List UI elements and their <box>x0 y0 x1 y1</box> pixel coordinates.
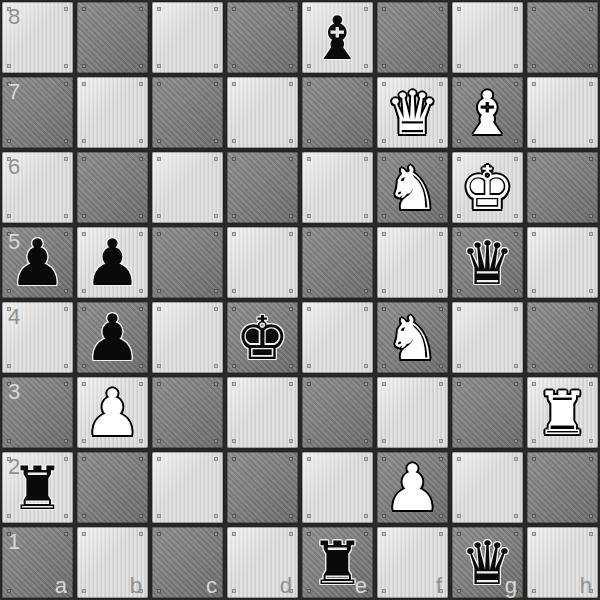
dark-square-plate <box>77 152 148 223</box>
square-c4[interactable] <box>150 300 225 375</box>
light-square-plate <box>77 527 148 598</box>
dark-square-plate <box>152 527 223 598</box>
square-h1[interactable]: h <box>525 525 600 600</box>
light-square-plate <box>452 2 523 73</box>
piece-black-queen[interactable]: ♛ <box>450 525 525 600</box>
piece-black-pawn[interactable]: ♟ <box>75 225 150 300</box>
square-e8[interactable]: ♝ <box>300 0 375 75</box>
light-square-plate <box>377 377 448 448</box>
light-square-plate <box>227 527 298 598</box>
dark-square-plate <box>152 377 223 448</box>
piece-black-bishop[interactable]: ♝ <box>300 0 375 75</box>
square-d3[interactable] <box>225 375 300 450</box>
square-g3[interactable] <box>450 375 525 450</box>
square-d7[interactable] <box>225 75 300 150</box>
square-e6[interactable] <box>300 150 375 225</box>
dark-square-plate <box>227 452 298 523</box>
dark-square-plate <box>227 152 298 223</box>
light-square-plate <box>377 527 448 598</box>
dark-square-plate <box>2 77 73 148</box>
light-square-plate <box>527 527 598 598</box>
piece-white-knight[interactable]: ♞ <box>375 150 450 225</box>
piece-white-pawn[interactable]: ♟ <box>375 450 450 525</box>
square-f3[interactable] <box>375 375 450 450</box>
square-d1[interactable]: d <box>225 525 300 600</box>
square-e2[interactable] <box>300 450 375 525</box>
square-a5[interactable]: 5♟ <box>0 225 75 300</box>
square-a8[interactable]: 8 <box>0 0 75 75</box>
square-d4[interactable]: ♚ <box>225 300 300 375</box>
light-square-plate <box>227 77 298 148</box>
square-c7[interactable] <box>150 75 225 150</box>
square-g8[interactable] <box>450 0 525 75</box>
dark-square-plate <box>152 227 223 298</box>
light-square-plate <box>2 302 73 373</box>
dark-square-plate <box>2 527 73 598</box>
dark-square-plate <box>2 377 73 448</box>
piece-white-bishop[interactable]: ♝ <box>450 75 525 150</box>
square-g7[interactable]: ♝ <box>450 75 525 150</box>
square-g6[interactable]: ♚ <box>450 150 525 225</box>
light-square-plate <box>152 2 223 73</box>
dark-square-plate <box>302 377 373 448</box>
piece-black-pawn[interactable]: ♟ <box>75 300 150 375</box>
light-square-plate <box>152 452 223 523</box>
square-b7[interactable] <box>75 75 150 150</box>
light-square-plate <box>452 452 523 523</box>
square-b6[interactable] <box>75 150 150 225</box>
light-square-plate <box>527 77 598 148</box>
square-h8[interactable] <box>525 0 600 75</box>
square-h2[interactable] <box>525 450 600 525</box>
light-square-plate <box>227 227 298 298</box>
piece-black-rook[interactable]: ♜ <box>300 525 375 600</box>
square-b4[interactable]: ♟ <box>75 300 150 375</box>
dark-square-plate <box>527 302 598 373</box>
square-g5[interactable]: ♛ <box>450 225 525 300</box>
piece-white-queen[interactable]: ♛ <box>375 75 450 150</box>
light-square-plate <box>152 302 223 373</box>
square-e4[interactable] <box>300 300 375 375</box>
square-b8[interactable] <box>75 0 150 75</box>
square-d5[interactable] <box>225 225 300 300</box>
piece-black-rook[interactable]: ♜ <box>0 450 75 525</box>
square-e5[interactable] <box>300 225 375 300</box>
square-a4[interactable]: 4 <box>0 300 75 375</box>
dark-square-plate <box>227 2 298 73</box>
square-b2[interactable] <box>75 450 150 525</box>
light-square-plate <box>302 152 373 223</box>
square-g4[interactable] <box>450 300 525 375</box>
square-b5[interactable]: ♟ <box>75 225 150 300</box>
square-f2[interactable]: ♟ <box>375 450 450 525</box>
square-a7[interactable]: 7 <box>0 75 75 150</box>
square-f6[interactable]: ♞ <box>375 150 450 225</box>
chess-board: 8♝7♛♝6♞♚5♟♟♛4♟♚♞3♟♜2♜♟1abcde♜fg♛h <box>0 0 600 600</box>
square-h5[interactable] <box>525 225 600 300</box>
piece-black-pawn[interactable]: ♟ <box>0 225 75 300</box>
square-f4[interactable]: ♞ <box>375 300 450 375</box>
dark-square-plate <box>452 377 523 448</box>
square-d2[interactable] <box>225 450 300 525</box>
light-square-plate <box>2 152 73 223</box>
square-b1[interactable]: b <box>75 525 150 600</box>
square-a1[interactable]: 1a <box>0 525 75 600</box>
square-f1[interactable]: f <box>375 525 450 600</box>
square-e7[interactable] <box>300 75 375 150</box>
dark-square-plate <box>377 2 448 73</box>
piece-white-king[interactable]: ♚ <box>450 150 525 225</box>
square-g1[interactable]: g♛ <box>450 525 525 600</box>
square-d6[interactable] <box>225 150 300 225</box>
square-c6[interactable] <box>150 150 225 225</box>
dark-square-plate <box>302 227 373 298</box>
square-e3[interactable] <box>300 375 375 450</box>
square-c5[interactable] <box>150 225 225 300</box>
piece-white-knight[interactable]: ♞ <box>375 300 450 375</box>
square-c1[interactable]: c <box>150 525 225 600</box>
square-a6[interactable]: 6 <box>0 150 75 225</box>
light-square-plate <box>77 77 148 148</box>
dark-square-plate <box>302 77 373 148</box>
light-square-plate <box>302 452 373 523</box>
square-a3[interactable]: 3 <box>0 375 75 450</box>
square-c3[interactable] <box>150 375 225 450</box>
square-f5[interactable] <box>375 225 450 300</box>
piece-white-pawn[interactable]: ♟ <box>75 375 150 450</box>
piece-white-rook[interactable]: ♜ <box>525 375 600 450</box>
light-square-plate <box>452 302 523 373</box>
light-square-plate <box>302 302 373 373</box>
square-f7[interactable]: ♛ <box>375 75 450 150</box>
square-h4[interactable] <box>525 300 600 375</box>
piece-black-king[interactable]: ♚ <box>225 300 300 375</box>
square-h7[interactable] <box>525 75 600 150</box>
square-h3[interactable]: ♜ <box>525 375 600 450</box>
dark-square-plate <box>152 77 223 148</box>
light-square-plate <box>152 152 223 223</box>
square-f8[interactable] <box>375 0 450 75</box>
square-b3[interactable]: ♟ <box>75 375 150 450</box>
light-square-plate <box>527 227 598 298</box>
square-h6[interactable] <box>525 150 600 225</box>
dark-square-plate <box>527 452 598 523</box>
square-g2[interactable] <box>450 450 525 525</box>
dark-square-plate <box>527 152 598 223</box>
light-square-plate <box>2 2 73 73</box>
piece-black-queen[interactable]: ♛ <box>450 225 525 300</box>
dark-square-plate <box>527 2 598 73</box>
dark-square-plate <box>77 2 148 73</box>
square-c8[interactable] <box>150 0 225 75</box>
square-c2[interactable] <box>150 450 225 525</box>
square-a2[interactable]: 2♜ <box>0 450 75 525</box>
dark-square-plate <box>77 452 148 523</box>
light-square-plate <box>377 227 448 298</box>
square-e1[interactable]: e♜ <box>300 525 375 600</box>
light-square-plate <box>227 377 298 448</box>
square-d8[interactable] <box>225 0 300 75</box>
